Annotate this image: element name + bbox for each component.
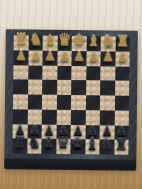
square-1-4: ♟ (71, 51, 86, 66)
square-2-6 (100, 66, 115, 81)
square-7-1: ♞ (27, 139, 42, 154)
square-1-6: ♟ (100, 51, 115, 66)
square-2-1 (28, 65, 43, 80)
square-2-3 (57, 65, 72, 80)
black-rook: ♜ (12, 136, 27, 151)
gold-pawn: ♟ (86, 50, 101, 65)
gold-knight: ♞ (28, 33, 43, 48)
black-bishop: ♝ (85, 137, 100, 152)
square-7-6: ♞ (99, 140, 114, 155)
square-1-7: ♟ (115, 51, 130, 66)
square-3-6 (100, 81, 115, 96)
black-knight: ♞ (27, 136, 42, 151)
gold-rook: ♜ (115, 34, 130, 49)
square-1-2: ♟ (42, 50, 57, 65)
board-grid: ♜♞♝♛♚♝♞♜♟♟♟♟♟♟♟♟♟♟♟♟♟♟♟♟♜♞♝♛♚♝♞♜ (12, 35, 129, 154)
chess-board: ♜♞♝♛♚♝♞♜♟♟♟♟♟♟♟♟♟♟♟♟♟♟♟♟♜♞♝♛♚♝♞♜ (4, 29, 138, 171)
square-7-7: ♜ (114, 140, 129, 155)
gold-king: ♚ (72, 34, 87, 49)
gold-knight: ♞ (101, 34, 116, 49)
gold-pawn: ♟ (100, 50, 115, 65)
black-queen: ♛ (56, 137, 71, 152)
gold-pawn: ♟ (13, 49, 28, 64)
gold-pawn: ♟ (57, 50, 72, 65)
square-1-1: ♟ (28, 50, 43, 65)
square-1-3: ♟ (57, 51, 72, 66)
square-1-0: ♟ (13, 50, 28, 65)
square-2-2 (42, 65, 57, 80)
gold-pawn: ♟ (115, 50, 130, 65)
black-king: ♚ (70, 137, 85, 152)
gold-pawn: ♟ (28, 49, 43, 64)
square-4-6 (100, 95, 115, 110)
square-7-2: ♝ (41, 139, 56, 154)
square-2-5 (86, 66, 101, 81)
square-7-4: ♚ (70, 139, 85, 154)
table-photo: ♜♞♝♛♚♝♞♜♟♟♟♟♟♟♟♟♟♟♟♟♟♟♟♟♜♞♝♛♚♝♞♜ (0, 0, 142, 189)
gold-pawn: ♟ (42, 49, 57, 64)
square-4-1 (27, 94, 42, 109)
square-1-5: ♟ (86, 51, 101, 66)
square-3-7 (115, 81, 130, 96)
square-2-4 (71, 66, 86, 81)
square-3-2 (42, 80, 57, 95)
square-4-7 (114, 96, 129, 111)
square-3-1 (28, 80, 43, 95)
black-knight: ♞ (99, 137, 114, 152)
square-2-0 (13, 65, 28, 80)
gold-pawn: ♟ (71, 50, 86, 65)
square-4-3 (56, 95, 71, 110)
gold-bishop: ♝ (43, 33, 58, 48)
square-7-0: ♜ (12, 139, 27, 154)
square-4-5 (85, 95, 100, 110)
board-slab-edge (4, 158, 136, 171)
gold-rook: ♜ (14, 33, 29, 48)
square-4-4 (71, 95, 86, 110)
gold-queen: ♛ (57, 33, 72, 48)
square-4-0 (13, 94, 28, 109)
square-3-3 (57, 80, 72, 95)
black-rook: ♜ (114, 137, 129, 152)
square-7-3: ♛ (56, 139, 71, 154)
square-3-0 (13, 80, 28, 95)
square-2-7 (115, 66, 130, 81)
square-3-5 (86, 80, 101, 95)
square-4-2 (42, 95, 57, 110)
gold-bishop: ♝ (86, 34, 101, 49)
black-bishop: ♝ (41, 136, 56, 151)
square-3-4 (71, 80, 86, 95)
square-7-5: ♝ (85, 139, 100, 154)
